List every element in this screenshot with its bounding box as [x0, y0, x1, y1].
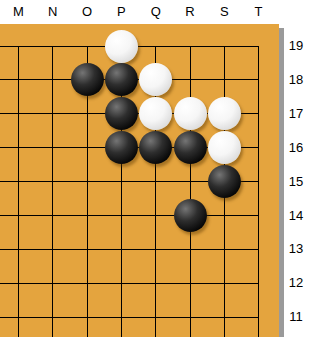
stone-black-P16: [105, 131, 138, 164]
grid-line-row-13: [0, 249, 259, 250]
stone-white-S17: [208, 97, 241, 130]
go-board[interactable]: [0, 24, 279, 337]
stone-black-R14: [174, 199, 207, 232]
row-label-14: 14: [285, 208, 307, 224]
row-label-19: 19: [285, 38, 307, 54]
column-label-T: T: [247, 0, 271, 24]
grid-line-col-M: [18, 46, 19, 337]
stone-black-P17: [105, 97, 138, 130]
stone-black-O18: [71, 63, 104, 96]
go-diagram-window: MNOPQRST 191817161514131211: [0, 0, 309, 337]
stone-white-P19: [105, 30, 138, 63]
row-label-18: 18: [285, 72, 307, 88]
column-label-S: S: [212, 0, 236, 24]
stone-white-Q17: [139, 97, 172, 130]
row-label-13: 13: [285, 241, 307, 257]
grid-line-col-T: [258, 46, 259, 337]
stone-black-R16: [174, 131, 207, 164]
row-label-12: 12: [285, 275, 307, 291]
grid-line-col-R: [190, 46, 191, 337]
stone-black-P18: [105, 63, 138, 96]
row-label-17: 17: [285, 106, 307, 122]
column-label-P: P: [109, 0, 133, 24]
stone-white-S16: [208, 131, 241, 164]
column-label-Q: Q: [144, 0, 168, 24]
column-label-O: O: [75, 0, 99, 24]
stone-black-Q16: [139, 131, 172, 164]
grid-line-row-14: [0, 215, 259, 216]
stone-white-R17: [174, 97, 207, 130]
stone-black-S15: [208, 165, 241, 198]
grid-line-row-11: [0, 317, 259, 318]
grid-line-col-N: [52, 46, 53, 337]
row-label-16: 16: [285, 140, 307, 156]
grid-line-row-12: [0, 283, 259, 284]
column-label-R: R: [178, 0, 202, 24]
column-label-N: N: [41, 0, 65, 24]
row-label-15: 15: [285, 174, 307, 190]
board-drop-shadow: [279, 28, 284, 337]
column-label-M: M: [7, 0, 31, 24]
stone-white-Q18: [139, 63, 172, 96]
row-label-11: 11: [285, 309, 307, 325]
